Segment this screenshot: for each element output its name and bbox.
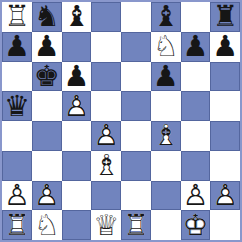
square-d7[interactable] [91, 32, 121, 62]
square-f4[interactable]: ♝♗ [151, 121, 181, 151]
square-b5[interactable] [32, 91, 62, 121]
piece-white-pawn[interactable]: ♟♙ [32, 181, 62, 211]
square-b7[interactable]: ♟ [32, 32, 62, 62]
square-c8[interactable]: ♝ [62, 2, 92, 32]
white-pawn-outline: ♙ [91, 121, 121, 151]
square-e4[interactable] [121, 121, 151, 151]
square-g6[interactable] [181, 62, 211, 92]
square-h6[interactable] [210, 62, 240, 92]
white-pawn-outline: ♙ [210, 181, 240, 211]
piece-white-pawn[interactable]: ♟♙ [2, 181, 32, 211]
square-d8[interactable] [91, 2, 121, 32]
square-a6[interactable] [2, 62, 32, 92]
piece-white-queen[interactable]: ♛♕ [91, 210, 121, 240]
piece-black-bishop[interactable]: ♝ [62, 2, 92, 32]
black-pawn-glyph: ♟ [2, 32, 32, 62]
square-a4[interactable] [2, 121, 32, 151]
white-bishop-outline: ♗ [91, 151, 121, 181]
square-a5[interactable]: ♛ [2, 91, 32, 121]
piece-white-rook[interactable]: ♜♖ [2, 2, 32, 32]
white-bishop-outline: ♗ [151, 121, 181, 151]
piece-black-knight[interactable]: ♞ [32, 2, 62, 32]
square-a3[interactable] [2, 151, 32, 181]
piece-black-pawn[interactable]: ♟ [181, 32, 211, 62]
square-f5[interactable] [151, 91, 181, 121]
square-c3[interactable] [62, 151, 92, 181]
black-pawn-glyph: ♟ [210, 32, 240, 62]
square-f2[interactable] [151, 181, 181, 211]
black-bishop-glyph: ♝ [151, 2, 181, 32]
square-g4[interactable] [181, 121, 211, 151]
black-king-glyph: ♚ [32, 62, 62, 92]
square-c2[interactable] [62, 181, 92, 211]
square-b1[interactable]: ♞♘ [32, 210, 62, 240]
square-g5[interactable] [181, 91, 211, 121]
black-pawn-glyph: ♟ [62, 62, 92, 92]
piece-black-rook[interactable]: ♜ [210, 2, 240, 32]
black-pawn-glyph: ♟ [151, 62, 181, 92]
white-rook-outline: ♖ [2, 2, 32, 32]
square-b6[interactable]: ♚ [32, 62, 62, 92]
square-b2[interactable]: ♟♙ [32, 181, 62, 211]
piece-white-rook[interactable]: ♜♖ [2, 210, 32, 240]
piece-white-bishop[interactable]: ♝♗ [91, 151, 121, 181]
piece-black-pawn[interactable]: ♟ [210, 32, 240, 62]
piece-white-knight[interactable]: ♞♘ [151, 32, 181, 62]
square-h2[interactable]: ♟♙ [210, 181, 240, 211]
square-h5[interactable] [210, 91, 240, 121]
white-rook-outline: ♖ [121, 210, 151, 240]
square-e8[interactable] [121, 2, 151, 32]
square-e3[interactable] [121, 151, 151, 181]
square-g8[interactable] [181, 2, 211, 32]
square-g7[interactable]: ♟ [181, 32, 211, 62]
white-pawn-outline: ♙ [62, 91, 92, 121]
chess-board-container: ♜♖♞♝♝♜♟♟♞♘♟♟♚♟♟♛♟♙♟♙♝♗♝♗♟♙♟♙♟♙♟♙♜♖♞♘♛♕♜♖… [0, 0, 242, 242]
square-h8[interactable]: ♜ [210, 2, 240, 32]
square-c1[interactable] [62, 210, 92, 240]
square-a1[interactable]: ♜♖ [2, 210, 32, 240]
piece-white-pawn[interactable]: ♟♙ [181, 181, 211, 211]
square-h1[interactable] [210, 210, 240, 240]
black-rook-glyph: ♜ [210, 2, 240, 32]
black-bishop-glyph: ♝ [62, 2, 92, 32]
square-e2[interactable] [121, 181, 151, 211]
white-knight-outline: ♘ [32, 210, 62, 240]
square-g1[interactable]: ♚♔ [181, 210, 211, 240]
square-f7[interactable]: ♞♘ [151, 32, 181, 62]
square-f1[interactable] [151, 210, 181, 240]
piece-white-knight[interactable]: ♞♘ [32, 210, 62, 240]
piece-white-pawn[interactable]: ♟♙ [91, 121, 121, 151]
square-e7[interactable] [121, 32, 151, 62]
square-f6[interactable]: ♟ [151, 62, 181, 92]
square-g3[interactable] [181, 151, 211, 181]
white-pawn-outline: ♙ [181, 181, 211, 211]
piece-black-bishop[interactable]: ♝ [151, 2, 181, 32]
black-pawn-glyph: ♟ [32, 32, 62, 62]
piece-black-pawn[interactable]: ♟ [32, 32, 62, 62]
square-e5[interactable] [121, 91, 151, 121]
square-a8[interactable]: ♜♖ [2, 2, 32, 32]
square-a7[interactable]: ♟ [2, 32, 32, 62]
square-d2[interactable] [91, 181, 121, 211]
piece-black-pawn[interactable]: ♟ [151, 62, 181, 92]
square-b3[interactable] [32, 151, 62, 181]
piece-black-queen[interactable]: ♛ [2, 91, 32, 121]
square-f8[interactable]: ♝ [151, 2, 181, 32]
square-e6[interactable] [121, 62, 151, 92]
square-c4[interactable] [62, 121, 92, 151]
piece-white-pawn[interactable]: ♟♙ [210, 181, 240, 211]
piece-white-rook[interactable]: ♜♖ [121, 210, 151, 240]
square-c7[interactable] [62, 32, 92, 62]
square-d6[interactable] [91, 62, 121, 92]
piece-white-king[interactable]: ♚♔ [181, 210, 211, 240]
square-g2[interactable]: ♟♙ [181, 181, 211, 211]
square-c5[interactable]: ♟♙ [62, 91, 92, 121]
white-rook-outline: ♖ [2, 210, 32, 240]
piece-white-bishop[interactable]: ♝♗ [151, 121, 181, 151]
piece-black-pawn[interactable]: ♟ [62, 62, 92, 92]
white-pawn-outline: ♙ [2, 181, 32, 211]
black-knight-glyph: ♞ [32, 2, 62, 32]
white-queen-outline: ♕ [91, 210, 121, 240]
square-d4[interactable]: ♟♙ [91, 121, 121, 151]
square-b4[interactable] [32, 121, 62, 151]
chess-board: ♜♖♞♝♝♜♟♟♞♘♟♟♚♟♟♛♟♙♟♙♝♗♝♗♟♙♟♙♟♙♟♙♜♖♞♘♛♕♜♖… [0, 0, 242, 242]
square-a2[interactable]: ♟♙ [2, 181, 32, 211]
piece-white-pawn[interactable]: ♟♙ [62, 91, 92, 121]
white-king-outline: ♔ [181, 210, 211, 240]
square-e1[interactable]: ♜♖ [121, 210, 151, 240]
piece-black-king[interactable]: ♚ [32, 62, 62, 92]
white-knight-outline: ♘ [151, 32, 181, 62]
square-c6[interactable]: ♟ [62, 62, 92, 92]
square-b8[interactable]: ♞ [32, 2, 62, 32]
square-h7[interactable]: ♟ [210, 32, 240, 62]
square-d5[interactable] [91, 91, 121, 121]
piece-black-pawn[interactable]: ♟ [2, 32, 32, 62]
square-h3[interactable] [210, 151, 240, 181]
square-h4[interactable] [210, 121, 240, 151]
square-f3[interactable] [151, 151, 181, 181]
square-d1[interactable]: ♛♕ [91, 210, 121, 240]
square-d3[interactable]: ♝♗ [91, 151, 121, 181]
black-queen-glyph: ♛ [2, 91, 32, 121]
black-pawn-glyph: ♟ [181, 32, 211, 62]
white-pawn-outline: ♙ [32, 181, 62, 211]
